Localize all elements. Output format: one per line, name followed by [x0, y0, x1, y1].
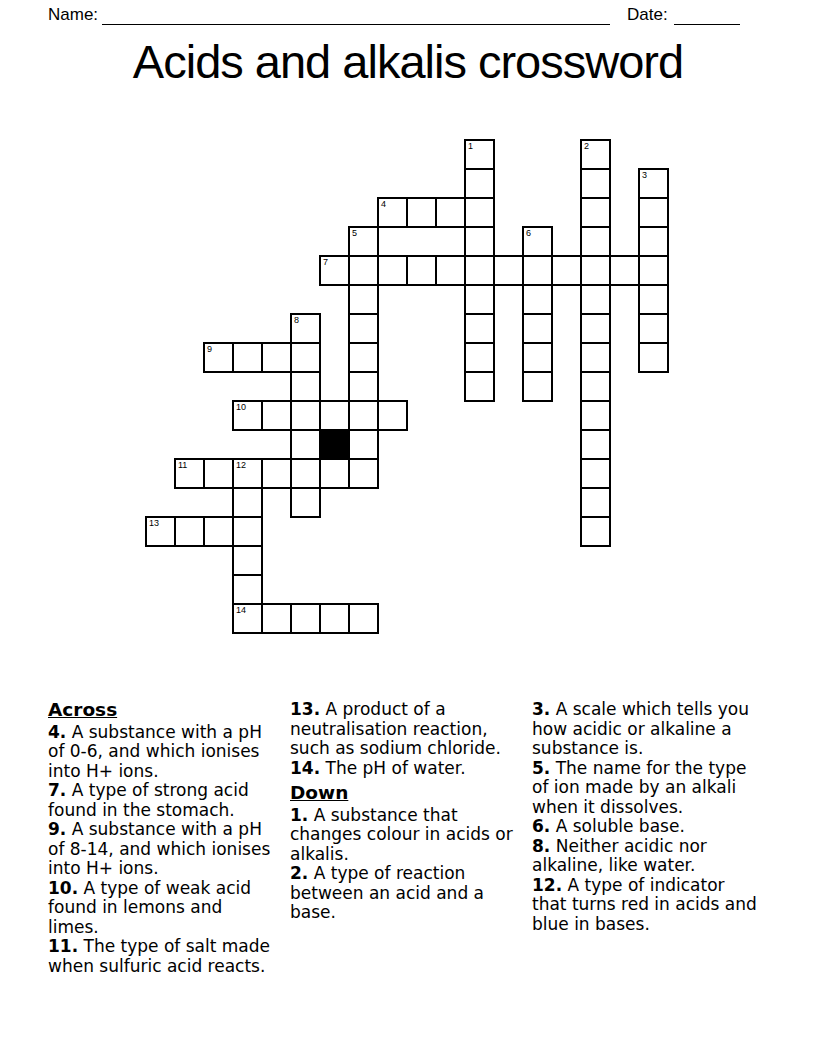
grid-cell[interactable]: [319, 400, 350, 431]
clue-number-label: 5.: [532, 758, 550, 778]
grid-cell[interactable]: [580, 429, 611, 460]
page-title: Acids and alkalis crossword: [0, 34, 816, 89]
grid-cell[interactable]: 10: [232, 400, 263, 431]
grid-cell[interactable]: [348, 429, 379, 460]
grid-cell[interactable]: [522, 342, 553, 373]
blocked-cell: [319, 429, 350, 460]
clue-number: 14: [236, 605, 246, 615]
grid-cell[interactable]: [377, 255, 408, 286]
grid-cell[interactable]: [290, 400, 321, 431]
clue-number-label: 8.: [532, 836, 550, 856]
grid-cell[interactable]: [348, 342, 379, 373]
grid-cell[interactable]: [580, 342, 611, 373]
grid-cell[interactable]: 3: [638, 168, 669, 199]
clue-number-label: 11.: [48, 936, 78, 956]
grid-cell[interactable]: [638, 342, 669, 373]
grid-cell[interactable]: [290, 487, 321, 518]
grid-cell[interactable]: [348, 255, 379, 286]
grid-cell[interactable]: [348, 458, 379, 489]
grid-cell[interactable]: [174, 516, 205, 547]
grid-cell[interactable]: [261, 342, 292, 373]
clue-number: 9: [207, 344, 212, 354]
grid-cell[interactable]: [493, 255, 524, 286]
clue-number-label: 2.: [290, 863, 308, 883]
grid-cell[interactable]: 4: [377, 197, 408, 228]
clue-number: 5: [352, 228, 357, 238]
grid-cell[interactable]: [319, 603, 350, 634]
grid-cell[interactable]: [580, 458, 611, 489]
grid-cell[interactable]: 2: [580, 139, 611, 170]
clue-number-label: 3.: [532, 699, 550, 719]
grid-cell[interactable]: [232, 342, 263, 373]
clue-section-header: Down: [290, 783, 518, 803]
grid-cell[interactable]: [261, 458, 292, 489]
grid-cell[interactable]: [261, 400, 292, 431]
clue-column-2: 13. A product of a neutralisation reacti…: [290, 700, 518, 923]
grid-cell[interactable]: [406, 255, 437, 286]
clue: 2. A type of reaction between an acid an…: [290, 864, 518, 923]
grid-cell[interactable]: [580, 284, 611, 315]
grid-cell[interactable]: [290, 603, 321, 634]
clue-number-label: 13.: [290, 699, 320, 719]
clue-number: 1: [468, 141, 473, 151]
clue-number-label: 10.: [48, 878, 78, 898]
grid-cell[interactable]: [580, 371, 611, 402]
clue-number: 7: [323, 257, 328, 267]
clue-number: 4: [381, 199, 386, 209]
grid-cell[interactable]: [638, 284, 669, 315]
grid-cell[interactable]: [232, 545, 263, 576]
clue: 8. Neither acidic nor alkaline, like wat…: [532, 837, 760, 876]
clue: 6. A soluble base.: [532, 817, 760, 837]
clue-number-label: 6.: [532, 816, 550, 836]
clue: 12. A type of indicator that turns red i…: [532, 876, 760, 935]
grid-cell[interactable]: 6: [522, 226, 553, 257]
grid-cell[interactable]: [580, 168, 611, 199]
grid-cell[interactable]: [464, 226, 495, 257]
clue-number: 8: [294, 315, 299, 325]
clue-section-header: Across: [48, 700, 276, 720]
grid-cell[interactable]: [290, 371, 321, 402]
date-fill-in-line[interactable]: [674, 1, 740, 25]
grid-cell[interactable]: [203, 458, 234, 489]
grid-cell[interactable]: [464, 197, 495, 228]
clue: 14. The pH of water.: [290, 759, 518, 779]
grid-cell[interactable]: [638, 313, 669, 344]
grid-cell[interactable]: [464, 284, 495, 315]
clue-number: 10: [236, 402, 246, 412]
grid-cell[interactable]: [348, 371, 379, 402]
date-label: Date:: [627, 5, 668, 25]
grid-cell[interactable]: [580, 226, 611, 257]
grid-cell[interactable]: [522, 313, 553, 344]
grid-cell[interactable]: [232, 487, 263, 518]
name-fill-in-line[interactable]: [102, 1, 610, 25]
clue-number-label: 1.: [290, 805, 308, 825]
grid-cell[interactable]: [348, 313, 379, 344]
grid-cell[interactable]: 14: [232, 603, 263, 634]
clue: 3. A scale which tells you how acidic or…: [532, 700, 760, 759]
grid-cell[interactable]: 13: [145, 516, 176, 547]
grid-cell[interactable]: [464, 313, 495, 344]
clue-number-label: 9.: [48, 819, 66, 839]
grid-cell[interactable]: 11: [174, 458, 205, 489]
clue-number-label: 4.: [48, 722, 66, 742]
grid-cell[interactable]: [377, 400, 408, 431]
grid-cell[interactable]: [551, 255, 582, 286]
clue: 11. The type of salt made when sulfuric …: [48, 937, 276, 976]
clue-number: 2: [584, 141, 589, 151]
grid-cell[interactable]: [580, 313, 611, 344]
grid-cell[interactable]: 5: [348, 226, 379, 257]
name-label: Name:: [48, 5, 98, 25]
grid-cell[interactable]: [290, 429, 321, 460]
grid-cell[interactable]: [638, 255, 669, 286]
clue-number: 6: [526, 228, 531, 238]
grid-cell[interactable]: [522, 371, 553, 402]
grid-cell[interactable]: [348, 284, 379, 315]
grid-cell[interactable]: [232, 516, 263, 547]
crossword-grid: 1234567891011121314: [146, 140, 670, 635]
grid-cell[interactable]: 1: [464, 139, 495, 170]
grid-cell[interactable]: 8: [290, 313, 321, 344]
grid-cell[interactable]: [522, 255, 553, 286]
clue-number-label: 14.: [290, 758, 320, 778]
clue-column-3: 3. A scale which tells you how acidic or…: [532, 700, 760, 934]
grid-cell[interactable]: [261, 603, 292, 634]
clue: 7. A type of strong acid found in the st…: [48, 781, 276, 820]
clue-number-label: 12.: [532, 875, 562, 895]
clue-number: 11: [178, 460, 187, 470]
grid-cell[interactable]: [580, 255, 611, 286]
grid-cell[interactable]: 12: [232, 458, 263, 489]
grid-cell[interactable]: [464, 168, 495, 199]
grid-cell[interactable]: [435, 255, 466, 286]
grid-cell[interactable]: [348, 400, 379, 431]
grid-cell[interactable]: [580, 516, 611, 547]
grid-cell[interactable]: [464, 371, 495, 402]
clue-number: 3: [642, 170, 647, 180]
grid-cell[interactable]: [435, 197, 466, 228]
grid-cell[interactable]: 9: [203, 342, 234, 373]
grid-cell[interactable]: [464, 342, 495, 373]
clue-column-1: Across4. A substance with a pH of 0-6, a…: [48, 700, 276, 976]
grid-cell[interactable]: [580, 487, 611, 518]
grid-cell[interactable]: [203, 516, 234, 547]
clue: 10. A type of weak acid found in lemons …: [48, 879, 276, 938]
grid-cell[interactable]: [348, 603, 379, 634]
grid-cell[interactable]: [638, 226, 669, 257]
grid-cell[interactable]: [609, 255, 640, 286]
grid-cell[interactable]: [638, 197, 669, 228]
grid-cell[interactable]: [290, 342, 321, 373]
grid-cell[interactable]: [522, 284, 553, 315]
clue: 9. A substance with a pH of 8-14, and wh…: [48, 820, 276, 879]
grid-cell[interactable]: [580, 400, 611, 431]
clue: 13. A product of a neutralisation reacti…: [290, 700, 518, 759]
grid-cell[interactable]: [464, 255, 495, 286]
worksheet-page: Name: Date: Acids and alkalis crossword …: [0, 0, 816, 1056]
grid-cell[interactable]: [580, 197, 611, 228]
grid-cell[interactable]: [406, 197, 437, 228]
grid-cell[interactable]: 7: [319, 255, 350, 286]
clue-number-label: 7.: [48, 780, 66, 800]
clue-number: 12: [236, 460, 246, 470]
clue-number: 13: [149, 518, 159, 528]
grid-cell[interactable]: [232, 574, 263, 605]
grid-cell[interactable]: [290, 458, 321, 489]
grid-cell[interactable]: [319, 458, 350, 489]
clue: 5. The name for the type of ion made by …: [532, 759, 760, 818]
clue: 1. A substance that changes colour in ac…: [290, 806, 518, 865]
clue: 4. A substance with a pH of 0-6, and whi…: [48, 723, 276, 782]
